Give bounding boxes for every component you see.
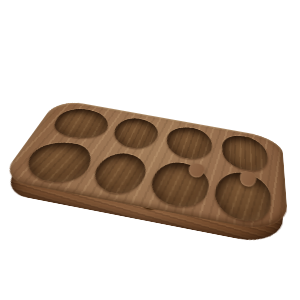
pit-back-3[interactable] — [164, 124, 214, 162]
mancala-board — [0, 99, 289, 235]
pit-front-2[interactable] — [87, 149, 152, 198]
pit-front-3[interactable] — [146, 158, 213, 212]
pit-back-4[interactable] — [221, 134, 272, 173]
pit-back-2[interactable] — [110, 116, 161, 151]
pit-front-4-notch — [239, 170, 257, 189]
pit-front-4[interactable] — [210, 168, 272, 227]
pit-front-1[interactable] — [16, 137, 101, 188]
pit-front-3-notch — [188, 162, 207, 179]
pit-back-1[interactable] — [50, 107, 112, 141]
product-photo-scene — [0, 0, 300, 300]
